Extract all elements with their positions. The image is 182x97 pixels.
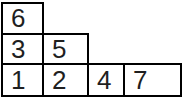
board-row-2: 3 5 [1,33,182,63]
cell-r3c1: 1 [1,63,44,97]
cell-r3c4: 7 [123,63,182,97]
cell-r3c3: 4 [87,63,125,97]
board-row-1: 6 [1,2,182,33]
board-row-3: 1 2 4 7 [1,63,182,97]
puzzle-board: 6 3 5 1 2 4 7 [1,2,182,97]
cell-r2c2: 5 [42,33,89,65]
cell-r1c1: 6 [1,2,44,35]
cell-r3c2: 2 [42,63,89,97]
cell-r2c1: 3 [1,33,44,65]
